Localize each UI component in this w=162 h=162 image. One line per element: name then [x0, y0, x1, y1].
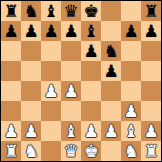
square-d4[interactable]: ♟	[61, 81, 81, 101]
square-f4[interactable]	[101, 81, 121, 101]
square-g2[interactable]: ♝	[121, 121, 141, 141]
white-rook-piece[interactable]: ♜	[3, 141, 18, 161]
square-c7[interactable]: ♟	[41, 21, 61, 41]
square-a8[interactable]: ♜	[1, 1, 21, 21]
square-f2[interactable]: ♟	[101, 121, 121, 141]
square-f5[interactable]: ♟	[101, 61, 121, 81]
square-h5[interactable]	[141, 61, 161, 81]
square-c4[interactable]: ♟	[41, 81, 61, 101]
square-b3[interactable]	[21, 101, 41, 121]
white-knight-piece[interactable]: ♞	[23, 141, 38, 161]
square-a4[interactable]	[1, 81, 21, 101]
square-e1[interactable]: ♚	[81, 141, 101, 161]
square-c1[interactable]	[41, 141, 61, 161]
black-knight-piece[interactable]: ♞	[23, 1, 38, 21]
square-a6[interactable]	[1, 41, 21, 61]
square-c2[interactable]	[41, 121, 61, 141]
square-a5[interactable]	[1, 61, 21, 81]
black-pawn-piece[interactable]: ♟	[23, 21, 38, 41]
black-rook-piece[interactable]: ♜	[3, 1, 18, 21]
white-rook-piece[interactable]: ♜	[143, 141, 158, 161]
white-pawn-piece[interactable]: ♟	[23, 121, 38, 141]
black-pawn-piece[interactable]: ♟	[123, 21, 138, 41]
square-e5[interactable]	[81, 61, 101, 81]
square-b4[interactable]	[21, 81, 41, 101]
chess-board: ♜♞♝♛♚♜♟♟♟♟♝♟♟♟♞♟♟♟♟♟♟♝♟♟♝♟♜♞♛♚♞♜	[0, 0, 162, 162]
square-b2[interactable]: ♟	[21, 121, 41, 141]
white-pawn-piece[interactable]: ♟	[63, 81, 78, 101]
square-f1[interactable]	[101, 141, 121, 161]
white-knight-piece[interactable]: ♞	[123, 141, 138, 161]
square-g3[interactable]: ♟	[121, 101, 141, 121]
square-f7[interactable]	[101, 21, 121, 41]
square-h7[interactable]: ♟	[141, 21, 161, 41]
square-g6[interactable]	[121, 41, 141, 61]
black-pawn-piece[interactable]: ♟	[3, 21, 18, 41]
square-d3[interactable]	[61, 101, 81, 121]
square-g1[interactable]: ♞	[121, 141, 141, 161]
square-g7[interactable]: ♟	[121, 21, 141, 41]
white-pawn-piece[interactable]: ♟	[143, 121, 158, 141]
black-bishop-piece[interactable]: ♝	[43, 1, 58, 21]
white-queen-piece[interactable]: ♛	[63, 141, 78, 161]
square-h1[interactable]: ♜	[141, 141, 161, 161]
black-knight-piece[interactable]: ♞	[103, 41, 118, 61]
square-c3[interactable]	[41, 101, 61, 121]
square-a1[interactable]: ♜	[1, 141, 21, 161]
white-pawn-piece[interactable]: ♟	[103, 121, 118, 141]
square-f3[interactable]	[101, 101, 121, 121]
square-b5[interactable]	[21, 61, 41, 81]
square-e6[interactable]: ♟	[81, 41, 101, 61]
square-b8[interactable]: ♞	[21, 1, 41, 21]
black-rook-piece[interactable]: ♜	[143, 1, 158, 21]
white-bishop-piece[interactable]: ♝	[123, 121, 138, 141]
square-c5[interactable]	[41, 61, 61, 81]
square-e3[interactable]	[81, 101, 101, 121]
black-pawn-piece[interactable]: ♟	[103, 61, 118, 81]
square-d5[interactable]	[61, 61, 81, 81]
white-pawn-piece[interactable]: ♟	[3, 121, 18, 141]
square-e2[interactable]: ♟	[81, 121, 101, 141]
square-g5[interactable]	[121, 61, 141, 81]
square-d1[interactable]: ♛	[61, 141, 81, 161]
square-f6[interactable]: ♞	[101, 41, 121, 61]
square-d7[interactable]: ♟	[61, 21, 81, 41]
black-bishop-piece[interactable]: ♝	[83, 21, 98, 41]
square-e7[interactable]: ♝	[81, 21, 101, 41]
square-g8[interactable]	[121, 1, 141, 21]
square-b1[interactable]: ♞	[21, 141, 41, 161]
square-h2[interactable]: ♟	[141, 121, 161, 141]
black-pawn-piece[interactable]: ♟	[83, 41, 98, 61]
square-a2[interactable]: ♟	[1, 121, 21, 141]
square-c6[interactable]	[41, 41, 61, 61]
black-pawn-piece[interactable]: ♟	[43, 21, 58, 41]
square-h6[interactable]	[141, 41, 161, 61]
square-e8[interactable]: ♚	[81, 1, 101, 21]
square-b7[interactable]: ♟	[21, 21, 41, 41]
square-d2[interactable]: ♝	[61, 121, 81, 141]
black-pawn-piece[interactable]: ♟	[143, 21, 158, 41]
square-h4[interactable]	[141, 81, 161, 101]
white-pawn-piece[interactable]: ♟	[43, 81, 58, 101]
white-king-piece[interactable]: ♚	[83, 141, 98, 161]
square-g4[interactable]	[121, 81, 141, 101]
square-e4[interactable]	[81, 81, 101, 101]
square-a7[interactable]: ♟	[1, 21, 21, 41]
square-c8[interactable]: ♝	[41, 1, 61, 21]
white-bishop-piece[interactable]: ♝	[63, 121, 78, 141]
square-d6[interactable]	[61, 41, 81, 61]
square-h8[interactable]: ♜	[141, 1, 161, 21]
square-a3[interactable]	[1, 101, 21, 121]
square-f8[interactable]	[101, 1, 121, 21]
square-d8[interactable]: ♛	[61, 1, 81, 21]
black-pawn-piece[interactable]: ♟	[63, 21, 78, 41]
black-queen-piece[interactable]: ♛	[63, 1, 78, 21]
white-pawn-piece[interactable]: ♟	[83, 121, 98, 141]
square-h3[interactable]	[141, 101, 161, 121]
square-b6[interactable]	[21, 41, 41, 61]
black-king-piece[interactable]: ♚	[83, 1, 98, 21]
white-pawn-piece[interactable]: ♟	[123, 101, 138, 121]
